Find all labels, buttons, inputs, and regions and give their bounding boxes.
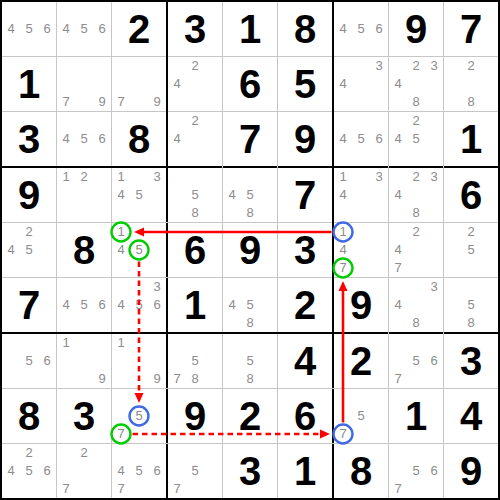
cell-r4c6[interactable]: 7 <box>278 168 332 222</box>
candidate-4: 4 <box>2 20 20 38</box>
candidate-4: 4 <box>168 75 186 93</box>
candidate-7: 7 <box>112 425 130 443</box>
cell-r4c8[interactable]: 2348 <box>389 168 443 222</box>
candidate-6: 6 <box>38 352 56 370</box>
cell-r3c9[interactable]: 1 <box>444 112 498 166</box>
candidate-4: 4 <box>389 186 407 204</box>
candidate-4: 4 <box>168 130 186 148</box>
cell-r9c1[interactable]: 2456 <box>2 444 56 498</box>
cell-r6c7[interactable]: 9 <box>334 278 388 332</box>
candidate-9: 9 <box>93 370 111 388</box>
cell-value: 3 <box>223 444 277 498</box>
cell-r2c4[interactable]: 24 <box>168 57 222 111</box>
candidate-3: 3 <box>425 278 443 296</box>
cell-r2c7[interactable]: 34 <box>334 57 388 111</box>
cell-r8c2[interactable]: 3 <box>57 389 111 443</box>
candidate-9: 9 <box>93 93 111 111</box>
candidate-7: 7 <box>334 425 352 443</box>
candidate-2: 2 <box>186 112 204 130</box>
cell-r7c7[interactable]: 2 <box>334 334 388 388</box>
candidate-4: 4 <box>334 186 352 204</box>
cell-r5c2[interactable]: 8 <box>57 223 111 277</box>
cell-r5c1[interactable]: 245 <box>2 223 56 277</box>
cell-r1c3[interactable]: 2 <box>112 2 166 56</box>
candidate-8: 8 <box>407 314 425 332</box>
cell-value: 9 <box>223 223 277 277</box>
cell-r7c4[interactable]: 578 <box>168 334 222 388</box>
cell-r9c9[interactable]: 9 <box>444 444 498 498</box>
candidate-4: 4 <box>389 75 407 93</box>
cell-r5c3[interactable]: 145 <box>112 223 166 277</box>
candidate-4: 4 <box>112 241 130 259</box>
cell-r4c2[interactable]: 12 <box>57 168 111 222</box>
candidate-2: 2 <box>407 223 425 241</box>
candidate-7: 7 <box>389 370 407 388</box>
candidate-2: 2 <box>75 168 93 186</box>
candidate-5: 5 <box>241 296 259 314</box>
candidate-5: 5 <box>186 462 204 480</box>
cell-r3c2[interactable]: 456 <box>57 112 111 166</box>
cell-r8c3[interactable]: 57 <box>112 389 166 443</box>
candidate-7: 7 <box>168 370 186 388</box>
candidate-7: 7 <box>112 93 130 111</box>
cell-r5c5[interactable]: 9 <box>223 223 277 277</box>
candidate-5: 5 <box>20 462 38 480</box>
candidate-8: 8 <box>407 93 425 111</box>
candidate-3: 3 <box>370 168 388 186</box>
candidate-5: 5 <box>186 352 204 370</box>
candidate-6: 6 <box>93 296 111 314</box>
cell-value: 1 <box>389 389 443 443</box>
cell-r6c3[interactable]: 3456 <box>112 278 166 332</box>
candidate-6: 6 <box>148 296 166 314</box>
candidate-6: 6 <box>38 20 56 38</box>
candidate-1: 1 <box>112 334 130 352</box>
candidate-5: 5 <box>462 296 480 314</box>
candidate-7: 7 <box>168 480 186 498</box>
candidate-8: 8 <box>241 370 259 388</box>
candidate-4: 4 <box>57 20 75 38</box>
candidate-4: 4 <box>112 186 130 204</box>
cell-r1c7[interactable]: 456 <box>334 2 388 56</box>
cell-r5c6[interactable]: 3 <box>278 223 332 277</box>
candidate-4: 4 <box>57 130 75 148</box>
cell-value: 9 <box>168 389 222 443</box>
cell-value: 2 <box>334 334 388 388</box>
candidate-5: 5 <box>130 186 148 204</box>
candidate-7: 7 <box>389 480 407 498</box>
candidate-7: 7 <box>334 259 352 277</box>
cell-value: 1 <box>444 112 498 166</box>
candidate-8: 8 <box>186 204 204 222</box>
cell-r4c1[interactable]: 9 <box>2 168 56 222</box>
cell-r8c1[interactable]: 8 <box>2 389 56 443</box>
cell-value: 9 <box>278 112 332 166</box>
cell-value: 7 <box>223 112 277 166</box>
cell-r1c6[interactable]: 8 <box>278 2 332 56</box>
candidate-5: 5 <box>352 407 370 425</box>
cell-r3c3[interactable]: 8 <box>112 112 166 166</box>
cell-value: 1 <box>223 2 277 56</box>
cell-r5c8[interactable]: 247 <box>389 223 443 277</box>
cell-value: 2 <box>112 2 166 56</box>
candidate-5: 5 <box>130 407 148 425</box>
cell-r5c7[interactable]: 147 <box>334 223 388 277</box>
candidate-2: 2 <box>407 112 425 130</box>
candidate-1: 1 <box>57 168 75 186</box>
candidate-9: 9 <box>148 370 166 388</box>
candidate-2: 2 <box>75 444 93 462</box>
candidate-2: 2 <box>462 223 480 241</box>
cell-value: 6 <box>444 168 498 222</box>
cell-r4c4[interactable]: 58 <box>168 168 222 222</box>
candidate-5: 5 <box>352 20 370 38</box>
candidate-5: 5 <box>130 296 148 314</box>
cell-r1c8[interactable]: 9 <box>389 2 443 56</box>
cell-value: 8 <box>2 389 56 443</box>
candidate-5: 5 <box>462 241 480 259</box>
candidate-5: 5 <box>130 241 148 259</box>
cell-r6c1[interactable]: 7 <box>2 278 56 332</box>
candidate-4: 4 <box>2 241 20 259</box>
cell-value: 9 <box>2 168 56 222</box>
candidate-2: 2 <box>186 57 204 75</box>
candidate-6: 6 <box>148 462 166 480</box>
candidate-6: 6 <box>370 20 388 38</box>
candidate-5: 5 <box>186 186 204 204</box>
cell-value: 7 <box>2 278 56 332</box>
candidate-5: 5 <box>407 462 425 480</box>
cell-r2c6[interactable]: 5 <box>278 57 332 111</box>
cell-r9c5[interactable]: 3 <box>223 444 277 498</box>
candidate-5: 5 <box>20 352 38 370</box>
cell-r3c8[interactable]: 245 <box>389 112 443 166</box>
cell-r9c3[interactable]: 4567 <box>112 444 166 498</box>
cell-r9c2[interactable]: 27 <box>57 444 111 498</box>
candidate-1: 1 <box>334 168 352 186</box>
candidate-7: 7 <box>389 259 407 277</box>
candidate-6: 6 <box>425 352 443 370</box>
cell-value: 6 <box>223 57 277 111</box>
candidate-4: 4 <box>223 296 241 314</box>
candidate-2: 2 <box>407 57 425 75</box>
candidate-9: 9 <box>148 93 166 111</box>
cell-r7c3[interactable]: 19 <box>112 334 166 388</box>
candidate-2: 2 <box>462 57 480 75</box>
cell-r3c7[interactable]: 456 <box>334 112 388 166</box>
cell-r6c9[interactable]: 58 <box>444 278 498 332</box>
candidate-4: 4 <box>334 20 352 38</box>
cell-r3c4[interactable]: 24 <box>168 112 222 166</box>
candidate-4: 4 <box>57 296 75 314</box>
candidate-1: 1 <box>112 168 130 186</box>
candidate-1: 1 <box>112 223 130 241</box>
cell-r6c2[interactable]: 456 <box>57 278 111 332</box>
cell-r7c1[interactable]: 56 <box>2 334 56 388</box>
candidate-6: 6 <box>93 130 111 148</box>
cell-r7c5[interactable]: 58 <box>223 334 277 388</box>
cell-value: 8 <box>57 223 111 277</box>
cell-r2c2[interactable]: 79 <box>57 57 111 111</box>
cell-r1c1[interactable]: 456 <box>2 2 56 56</box>
cell-value: 9 <box>389 2 443 56</box>
cell-r9c8[interactable]: 567 <box>389 444 443 498</box>
candidate-8: 8 <box>241 204 259 222</box>
cell-value: 8 <box>112 112 166 166</box>
cell-r2c5[interactable]: 6 <box>223 57 277 111</box>
cell-r7c8[interactable]: 567 <box>389 334 443 388</box>
cell-r8c4[interactable]: 9 <box>168 389 222 443</box>
candidate-4: 4 <box>389 296 407 314</box>
cell-value: 9 <box>444 444 498 498</box>
cell-r9c4[interactable]: 57 <box>168 444 222 498</box>
candidate-1: 1 <box>57 334 75 352</box>
cell-r2c8[interactable]: 2348 <box>389 57 443 111</box>
candidate-5: 5 <box>75 296 93 314</box>
candidate-5: 5 <box>130 462 148 480</box>
cell-r4c7[interactable]: 134 <box>334 168 388 222</box>
candidate-5: 5 <box>407 130 425 148</box>
sudoku-board: 4564562318456971797924653423482834568247… <box>0 0 500 500</box>
cell-value: 6 <box>168 223 222 277</box>
cell-r4c9[interactable]: 6 <box>444 168 498 222</box>
candidate-5: 5 <box>20 20 38 38</box>
candidate-5: 5 <box>75 130 93 148</box>
cell-value: 6 <box>278 389 332 443</box>
candidate-7: 7 <box>112 480 130 498</box>
cell-value: 3 <box>168 2 222 56</box>
candidate-8: 8 <box>241 314 259 332</box>
cell-r4c5[interactable]: 458 <box>223 168 277 222</box>
candidate-4: 4 <box>334 130 352 148</box>
cell-value: 7 <box>444 2 498 56</box>
cell-r2c9[interactable]: 28 <box>444 57 498 111</box>
cell-r8c6[interactable]: 6 <box>278 389 332 443</box>
candidate-8: 8 <box>462 93 480 111</box>
cell-value: 5 <box>278 57 332 111</box>
candidate-4: 4 <box>389 241 407 259</box>
cell-r3c5[interactable]: 7 <box>223 112 277 166</box>
candidate-6: 6 <box>370 130 388 148</box>
cell-value: 3 <box>57 389 111 443</box>
candidate-6: 6 <box>38 462 56 480</box>
cell-value: 1 <box>168 278 222 332</box>
cell-value: 7 <box>278 168 332 222</box>
cell-r9c6[interactable]: 1 <box>278 444 332 498</box>
candidate-1: 1 <box>334 223 352 241</box>
cell-r2c1[interactable]: 1 <box>2 57 56 111</box>
cell-value: 4 <box>444 389 498 443</box>
candidate-8: 8 <box>407 204 425 222</box>
cell-r8c7[interactable]: 57 <box>334 389 388 443</box>
candidate-7: 7 <box>57 480 75 498</box>
cell-r4c3[interactable]: 1345 <box>112 168 166 222</box>
candidate-4: 4 <box>334 241 352 259</box>
cell-value: 3 <box>278 223 332 277</box>
cell-value: 2 <box>223 389 277 443</box>
cell-value: 4 <box>278 334 332 388</box>
candidate-3: 3 <box>148 278 166 296</box>
candidate-4: 4 <box>2 462 20 480</box>
cell-r3c6[interactable]: 9 <box>278 112 332 166</box>
cell-r7c9[interactable]: 3 <box>444 334 498 388</box>
cell-value: 8 <box>334 444 388 498</box>
cell-r1c2[interactable]: 456 <box>57 2 111 56</box>
candidate-2: 2 <box>407 168 425 186</box>
candidate-3: 3 <box>425 168 443 186</box>
candidate-5: 5 <box>241 186 259 204</box>
candidate-2: 2 <box>20 223 38 241</box>
candidate-3: 3 <box>370 57 388 75</box>
candidate-6: 6 <box>93 20 111 38</box>
candidate-5: 5 <box>352 130 370 148</box>
candidate-8: 8 <box>186 370 204 388</box>
cell-r8c5[interactable]: 2 <box>223 389 277 443</box>
cell-value: 2 <box>278 278 332 332</box>
cell-r8c9[interactable]: 4 <box>444 389 498 443</box>
candidate-7: 7 <box>57 93 75 111</box>
candidate-5: 5 <box>75 20 93 38</box>
cell-r2c3[interactable]: 79 <box>112 57 166 111</box>
cell-r5c4[interactable]: 6 <box>168 223 222 277</box>
cell-r8c8[interactable]: 1 <box>389 389 443 443</box>
cell-r9c7[interactable]: 8 <box>334 444 388 498</box>
cell-r7c2[interactable]: 19 <box>57 334 111 388</box>
candidate-4: 4 <box>334 75 352 93</box>
cell-r7c6[interactable]: 4 <box>278 334 332 388</box>
cell-value: 8 <box>278 2 332 56</box>
candidate-4: 4 <box>389 130 407 148</box>
candidate-5: 5 <box>241 352 259 370</box>
cell-r1c9[interactable]: 7 <box>444 2 498 56</box>
candidate-4: 4 <box>112 296 130 314</box>
cell-r6c4[interactable]: 1 <box>168 278 222 332</box>
cell-value: 1 <box>278 444 332 498</box>
cell-r3c1[interactable]: 3 <box>2 112 56 166</box>
cell-r5c9[interactable]: 25 <box>444 223 498 277</box>
cell-value: 1 <box>2 57 56 111</box>
candidate-2: 2 <box>20 444 38 462</box>
candidate-6: 6 <box>425 462 443 480</box>
candidate-4: 4 <box>112 462 130 480</box>
candidate-8: 8 <box>462 314 480 332</box>
cell-value: 9 <box>334 278 388 332</box>
cell-r6c5[interactable]: 458 <box>223 278 277 332</box>
cell-value: 3 <box>2 112 56 166</box>
cell-r1c4[interactable]: 3 <box>168 2 222 56</box>
candidate-3: 3 <box>425 57 443 75</box>
cell-r1c5[interactable]: 1 <box>223 2 277 56</box>
cell-r6c6[interactable]: 2 <box>278 278 332 332</box>
candidate-3: 3 <box>148 168 166 186</box>
cell-r6c8[interactable]: 348 <box>389 278 443 332</box>
candidate-5: 5 <box>20 241 38 259</box>
cell-value: 3 <box>444 334 498 388</box>
candidate-4: 4 <box>223 186 241 204</box>
candidate-5: 5 <box>407 352 425 370</box>
